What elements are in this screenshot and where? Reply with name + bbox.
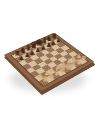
- chess-set-photo: ♜♞♝♛♚♝♞♜♟♟♟♟♟♟♟♟♟♟♟♟♟♟♟♟♜♞♝♛♚♝♞♜: [0, 0, 95, 126]
- piece-white-pawn-h2: ♟: [76, 53, 81, 59]
- square-h1: ♜: [77, 58, 87, 64]
- piece-white-rook-h1: ♜: [80, 55, 86, 62]
- piece-black-queen-d8: ♛: [30, 41, 38, 50]
